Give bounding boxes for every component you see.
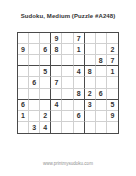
cell-r7c9[interactable]: 5	[107, 100, 118, 111]
cell-r3c8[interactable]: 8	[96, 55, 107, 66]
page-title: Sudoku, Medium (Puzzle #A248)	[0, 13, 136, 19]
cell-r3c9[interactable]: 7	[107, 55, 118, 66]
cell-r2c2[interactable]	[29, 44, 40, 55]
cell-r4c1[interactable]	[18, 66, 29, 77]
cell-r2c7[interactable]	[85, 44, 96, 55]
given-digit: 6	[43, 46, 47, 53]
cell-r9c7[interactable]	[85, 122, 96, 133]
given-digit: 3	[88, 101, 92, 108]
cell-r8c7[interactable]	[85, 111, 96, 122]
sudoku-sheet: { "page": { "title": "Sudoku, Medium (Pu…	[0, 0, 136, 176]
given-digit: 6	[99, 90, 103, 97]
cell-r4c8[interactable]	[96, 66, 107, 77]
cell-r7c3[interactable]	[40, 100, 51, 111]
cell-r4c9[interactable]: 1	[107, 66, 118, 77]
given-digit: 8	[88, 68, 92, 75]
cell-r8c4[interactable]	[51, 111, 62, 122]
cell-r7c4[interactable]: 4	[51, 100, 62, 111]
cell-r5c7[interactable]	[85, 77, 96, 88]
cell-r6c7[interactable]: 2	[85, 89, 96, 100]
cell-r9c8[interactable]	[96, 122, 107, 133]
given-digit: 8	[54, 46, 58, 53]
cell-r1c7[interactable]	[85, 33, 96, 44]
given-digit: 7	[77, 35, 81, 42]
cell-r5c2[interactable]: 6	[29, 77, 40, 88]
cell-r2c9[interactable]: 2	[107, 44, 118, 55]
cell-r1c9[interactable]	[107, 33, 118, 44]
given-digit: 3	[32, 124, 36, 131]
cell-r8c8[interactable]	[96, 111, 107, 122]
cell-r7c2[interactable]	[29, 100, 40, 111]
given-digit: 5	[110, 101, 114, 108]
sudoku-board: 9796812875481678266435126934	[17, 32, 119, 134]
given-digit: 2	[110, 46, 114, 53]
cell-r6c3[interactable]	[40, 89, 51, 100]
cell-r6c6[interactable]: 8	[74, 89, 85, 100]
cell-r3c2[interactable]	[29, 55, 40, 66]
given-digit: 6	[77, 112, 81, 119]
cell-r5c4[interactable]: 7	[51, 77, 62, 88]
cell-r6c1[interactable]	[18, 89, 29, 100]
cell-r6c4[interactable]	[51, 89, 62, 100]
cell-r1c3[interactable]	[40, 33, 51, 44]
cell-r8c1[interactable]: 1	[18, 111, 29, 122]
cell-r8c6[interactable]: 6	[74, 111, 85, 122]
footer-url: www.printmysudoku.com	[0, 161, 136, 166]
cell-r1c8[interactable]	[96, 33, 107, 44]
cell-r2c6[interactable]: 1	[74, 44, 85, 55]
cell-r5c3[interactable]	[40, 77, 51, 88]
cell-r7c7[interactable]: 3	[85, 100, 96, 111]
given-digit: 7	[110, 57, 114, 64]
cell-r1c1[interactable]	[18, 33, 29, 44]
cell-r9c5[interactable]	[62, 122, 73, 133]
cell-r6c9[interactable]	[107, 89, 118, 100]
cell-r5c1[interactable]	[18, 77, 29, 88]
given-digit: 4	[43, 124, 47, 131]
cell-r3c7[interactable]	[85, 55, 96, 66]
cell-r9c9[interactable]	[107, 122, 118, 133]
given-digit: 2	[88, 90, 92, 97]
cell-r2c1[interactable]: 9	[18, 44, 29, 55]
cell-r2c4[interactable]: 8	[51, 44, 62, 55]
cell-r9c4[interactable]	[51, 122, 62, 133]
cell-r8c2[interactable]	[29, 111, 40, 122]
given-digit: 6	[21, 101, 25, 108]
cell-r4c3[interactable]: 5	[40, 66, 51, 77]
cell-r7c1[interactable]: 6	[18, 100, 29, 111]
given-digit: 4	[54, 101, 58, 108]
cell-r5c8[interactable]	[96, 77, 107, 88]
cell-r6c8[interactable]: 6	[96, 89, 107, 100]
given-digit: 1	[21, 112, 25, 119]
cell-r8c3[interactable]: 2	[40, 111, 51, 122]
cell-r1c2[interactable]	[29, 33, 40, 44]
given-digit: 9	[21, 46, 25, 53]
given-digit: 9	[110, 112, 114, 119]
cell-r7c6[interactable]	[74, 100, 85, 111]
given-digit: 8	[77, 90, 81, 97]
cell-r3c3[interactable]	[40, 55, 51, 66]
given-digit: 5	[43, 68, 47, 75]
cell-r7c5[interactable]	[62, 100, 73, 111]
cell-r5c5[interactable]	[62, 77, 73, 88]
cell-r8c9[interactable]: 9	[107, 111, 118, 122]
cell-r5c6[interactable]	[74, 77, 85, 88]
cell-r3c5[interactable]	[62, 55, 73, 66]
cell-r9c6[interactable]	[74, 122, 85, 133]
cell-r9c1[interactable]	[18, 122, 29, 133]
given-digit: 1	[77, 46, 81, 53]
cell-r1c4[interactable]: 9	[51, 33, 62, 44]
given-digit: 2	[43, 112, 47, 119]
given-digit: 8	[99, 57, 103, 64]
cell-r4c4[interactable]	[51, 66, 62, 77]
cell-r4c7[interactable]: 8	[85, 66, 96, 77]
cell-r1c6[interactable]: 7	[74, 33, 85, 44]
cell-r4c2[interactable]	[29, 66, 40, 77]
cell-r2c3[interactable]: 6	[40, 44, 51, 55]
cell-r8c5[interactable]	[62, 111, 73, 122]
given-digit: 6	[32, 79, 36, 86]
cell-r7c8[interactable]	[96, 100, 107, 111]
given-digit: 9	[54, 35, 58, 42]
cell-r4c5[interactable]	[62, 66, 73, 77]
cell-r1c5[interactable]	[62, 33, 73, 44]
cell-r9c2[interactable]: 3	[29, 122, 40, 133]
cell-r2c5[interactable]	[62, 44, 73, 55]
given-digit: 4	[77, 68, 81, 75]
cell-r6c5[interactable]	[62, 89, 73, 100]
cell-r2c8[interactable]	[96, 44, 107, 55]
given-digit: 7	[54, 79, 58, 86]
cell-r9c3[interactable]: 4	[40, 122, 51, 133]
cell-r6c2[interactable]	[29, 89, 40, 100]
cell-r3c4[interactable]	[51, 55, 62, 66]
cell-r3c6[interactable]	[74, 55, 85, 66]
cell-r5c9[interactable]	[107, 77, 118, 88]
cell-r4c6[interactable]: 4	[74, 66, 85, 77]
cell-r3c1[interactable]	[18, 55, 29, 66]
given-digit: 1	[110, 68, 114, 75]
